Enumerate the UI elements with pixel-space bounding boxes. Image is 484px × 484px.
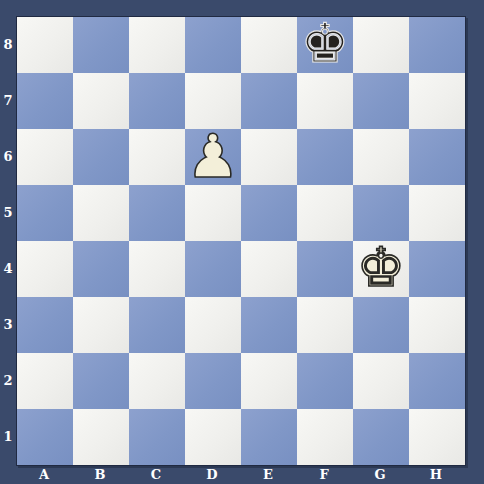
square-c7[interactable] xyxy=(129,73,185,129)
square-c8[interactable] xyxy=(129,17,185,73)
square-f1[interactable] xyxy=(297,409,353,465)
file-labels: ABCDEFGH xyxy=(16,465,464,484)
square-e1[interactable] xyxy=(241,409,297,465)
square-a7[interactable] xyxy=(17,73,73,129)
square-g1[interactable] xyxy=(353,409,409,465)
square-d3[interactable] xyxy=(185,297,241,353)
square-d5[interactable] xyxy=(185,185,241,241)
square-c1[interactable] xyxy=(129,409,185,465)
square-d1[interactable] xyxy=(185,409,241,465)
square-d4[interactable] xyxy=(185,241,241,297)
square-a8[interactable] xyxy=(17,17,73,73)
square-b7[interactable] xyxy=(73,73,129,129)
square-g5[interactable] xyxy=(353,185,409,241)
square-b3[interactable] xyxy=(73,297,129,353)
square-f8[interactable]: ♚ xyxy=(297,17,353,73)
square-a5[interactable] xyxy=(17,185,73,241)
square-h2[interactable] xyxy=(409,353,465,409)
square-a6[interactable] xyxy=(17,129,73,185)
file-label-c: C xyxy=(128,465,184,484)
square-f3[interactable] xyxy=(297,297,353,353)
square-e3[interactable] xyxy=(241,297,297,353)
white-king[interactable]: ♚ xyxy=(353,240,409,296)
square-h7[interactable] xyxy=(409,73,465,129)
rank-label-1: 1 xyxy=(0,408,16,464)
square-b8[interactable] xyxy=(73,17,129,73)
square-h6[interactable] xyxy=(409,129,465,185)
square-b5[interactable] xyxy=(73,185,129,241)
square-g4[interactable]: ♚ xyxy=(353,241,409,297)
rank-label-4: 4 xyxy=(0,240,16,296)
square-h4[interactable] xyxy=(409,241,465,297)
square-b2[interactable] xyxy=(73,353,129,409)
square-e2[interactable] xyxy=(241,353,297,409)
file-label-e: E xyxy=(240,465,296,484)
square-c5[interactable] xyxy=(129,185,185,241)
square-h1[interactable] xyxy=(409,409,465,465)
rank-label-2: 2 xyxy=(0,352,16,408)
file-label-f: F xyxy=(296,465,352,484)
square-c4[interactable] xyxy=(129,241,185,297)
square-f6[interactable] xyxy=(297,129,353,185)
file-label-g: G xyxy=(352,465,408,484)
square-g7[interactable] xyxy=(353,73,409,129)
square-a1[interactable] xyxy=(17,409,73,465)
square-e7[interactable] xyxy=(241,73,297,129)
square-f7[interactable] xyxy=(297,73,353,129)
file-label-d: D xyxy=(184,465,240,484)
square-f4[interactable] xyxy=(297,241,353,297)
square-g3[interactable] xyxy=(353,297,409,353)
square-e4[interactable] xyxy=(241,241,297,297)
square-c3[interactable] xyxy=(129,297,185,353)
rank-label-5: 5 xyxy=(0,184,16,240)
rank-labels: 87654321 xyxy=(0,16,16,464)
square-a2[interactable] xyxy=(17,353,73,409)
rank-label-7: 7 xyxy=(0,72,16,128)
square-g8[interactable] xyxy=(353,17,409,73)
square-h8[interactable] xyxy=(409,17,465,73)
square-d8[interactable] xyxy=(185,17,241,73)
square-f2[interactable] xyxy=(297,353,353,409)
square-b4[interactable] xyxy=(73,241,129,297)
square-e8[interactable] xyxy=(241,17,297,73)
square-c2[interactable] xyxy=(129,353,185,409)
square-d6[interactable]: ♟ xyxy=(185,129,241,185)
file-label-a: A xyxy=(16,465,72,484)
chess-board: ♚♟♚ xyxy=(16,16,466,466)
square-g6[interactable] xyxy=(353,129,409,185)
square-h3[interactable] xyxy=(409,297,465,353)
black-king[interactable]: ♚ xyxy=(297,16,353,72)
square-a3[interactable] xyxy=(17,297,73,353)
square-a4[interactable] xyxy=(17,241,73,297)
rank-label-6: 6 xyxy=(0,128,16,184)
square-b1[interactable] xyxy=(73,409,129,465)
square-c6[interactable] xyxy=(129,129,185,185)
rank-label-8: 8 xyxy=(0,16,16,72)
chess-diagram-frame: 87654321 ♚♟♚ ABCDEFGH xyxy=(0,0,484,484)
square-h5[interactable] xyxy=(409,185,465,241)
white-pawn[interactable]: ♟ xyxy=(185,128,241,184)
square-e5[interactable] xyxy=(241,185,297,241)
square-f5[interactable] xyxy=(297,185,353,241)
file-label-h: H xyxy=(408,465,464,484)
file-label-b: B xyxy=(72,465,128,484)
rank-label-3: 3 xyxy=(0,296,16,352)
square-g2[interactable] xyxy=(353,353,409,409)
square-d2[interactable] xyxy=(185,353,241,409)
square-b6[interactable] xyxy=(73,129,129,185)
square-e6[interactable] xyxy=(241,129,297,185)
